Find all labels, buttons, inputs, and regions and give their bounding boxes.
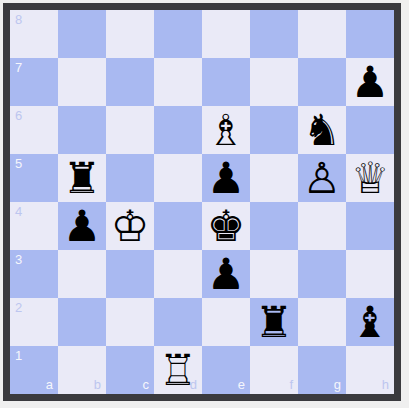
square-f7[interactable] [250,58,298,106]
square-b5[interactable]: ♜ [58,154,106,202]
square-f3[interactable] [250,250,298,298]
piece-black-pawn: ♟ [202,154,250,202]
square-h6[interactable] [346,106,394,154]
square-f5[interactable] [250,154,298,202]
square-a2[interactable]: 2 [10,298,58,346]
piece-black-bishop: ♝ [346,298,394,346]
square-e1[interactable]: e [202,346,250,394]
square-h1[interactable]: h [346,346,394,394]
square-f8[interactable] [250,10,298,58]
piece-white-pawn: ♙ [298,154,346,202]
square-h4[interactable] [346,202,394,250]
file-label-f: f [289,377,293,392]
square-c8[interactable] [106,10,154,58]
square-h8[interactable] [346,10,394,58]
square-b6[interactable] [58,106,106,154]
square-h3[interactable] [346,250,394,298]
square-b3[interactable] [58,250,106,298]
square-e3[interactable]: ♟ [202,250,250,298]
rank-label-5: 5 [15,156,22,171]
piece-black-pawn: ♟ [202,250,250,298]
rank-label-4: 4 [15,204,22,219]
piece-white-queen: ♕ [346,154,394,202]
rank-label-2: 2 [15,300,22,315]
square-e4[interactable]: ♚ [202,202,250,250]
file-label-d: d [190,377,197,392]
rank-label-3: 3 [15,252,22,267]
piece-white-bishop: ♗ [202,106,250,154]
square-d1[interactable]: d♖ [154,346,202,394]
file-label-e: e [238,377,245,392]
square-b1[interactable]: b [58,346,106,394]
square-e6[interactable]: ♗ [202,106,250,154]
square-a3[interactable]: 3 [10,250,58,298]
file-label-h: h [382,377,389,392]
square-b4[interactable]: ♟ [58,202,106,250]
rank-label-7: 7 [15,60,22,75]
piece-black-pawn: ♟ [346,58,394,106]
square-b2[interactable] [58,298,106,346]
square-a6[interactable]: 6 [10,106,58,154]
square-c6[interactable] [106,106,154,154]
square-b8[interactable] [58,10,106,58]
square-e5[interactable]: ♟ [202,154,250,202]
square-g7[interactable] [298,58,346,106]
board-frame: 87♟6♗♞5♜♟♙♕4♟♔♚3♟2♜♝1abcd♖efgh [3,3,401,401]
piece-black-king: ♚ [202,202,250,250]
square-c4[interactable]: ♔ [106,202,154,250]
square-a7[interactable]: 7 [10,58,58,106]
square-f4[interactable] [250,202,298,250]
square-c5[interactable] [106,154,154,202]
square-g2[interactable] [298,298,346,346]
piece-white-rook: ♖ [154,346,202,394]
square-d7[interactable] [154,58,202,106]
square-c2[interactable] [106,298,154,346]
square-e7[interactable] [202,58,250,106]
square-e8[interactable] [202,10,250,58]
square-g8[interactable] [298,10,346,58]
square-f1[interactable]: f [250,346,298,394]
rank-label-1: 1 [15,348,22,363]
square-f6[interactable] [250,106,298,154]
square-g1[interactable]: g [298,346,346,394]
rank-label-6: 6 [15,108,22,123]
piece-black-rook: ♜ [250,298,298,346]
piece-black-knight: ♞ [298,106,346,154]
file-label-c: c [143,377,150,392]
chess-board: 87♟6♗♞5♜♟♙♕4♟♔♚3♟2♜♝1abcd♖efgh [10,10,394,394]
square-h5[interactable]: ♕ [346,154,394,202]
square-b7[interactable] [58,58,106,106]
square-g6[interactable]: ♞ [298,106,346,154]
square-c7[interactable] [106,58,154,106]
square-d3[interactable] [154,250,202,298]
file-label-g: g [334,377,341,392]
square-f2[interactable]: ♜ [250,298,298,346]
square-g4[interactable] [298,202,346,250]
square-c3[interactable] [106,250,154,298]
square-a5[interactable]: 5 [10,154,58,202]
square-g5[interactable]: ♙ [298,154,346,202]
square-a1[interactable]: 1a [10,346,58,394]
square-c1[interactable]: c [106,346,154,394]
square-d6[interactable] [154,106,202,154]
piece-black-pawn: ♟ [58,202,106,250]
piece-black-rook: ♜ [58,154,106,202]
square-d8[interactable] [154,10,202,58]
square-e2[interactable] [202,298,250,346]
square-h2[interactable]: ♝ [346,298,394,346]
square-h7[interactable]: ♟ [346,58,394,106]
square-d5[interactable] [154,154,202,202]
square-d4[interactable] [154,202,202,250]
file-label-b: b [94,377,101,392]
file-label-a: a [46,377,53,392]
square-a4[interactable]: 4 [10,202,58,250]
piece-white-king: ♔ [106,202,154,250]
square-a8[interactable]: 8 [10,10,58,58]
square-d2[interactable] [154,298,202,346]
rank-label-8: 8 [15,12,22,27]
square-g3[interactable] [298,250,346,298]
